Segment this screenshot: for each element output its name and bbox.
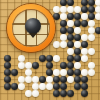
go-app-screen: [0, 0, 100, 100]
white-stone: [95, 0, 100, 6]
magnifier-view: [12, 9, 50, 47]
placement-cursor-triangle-icon: [29, 33, 37, 38]
black-stone: [95, 27, 100, 34]
white-stone: [95, 6, 100, 13]
white-stone: [95, 13, 100, 20]
magnifier-loupe: [7, 4, 55, 52]
